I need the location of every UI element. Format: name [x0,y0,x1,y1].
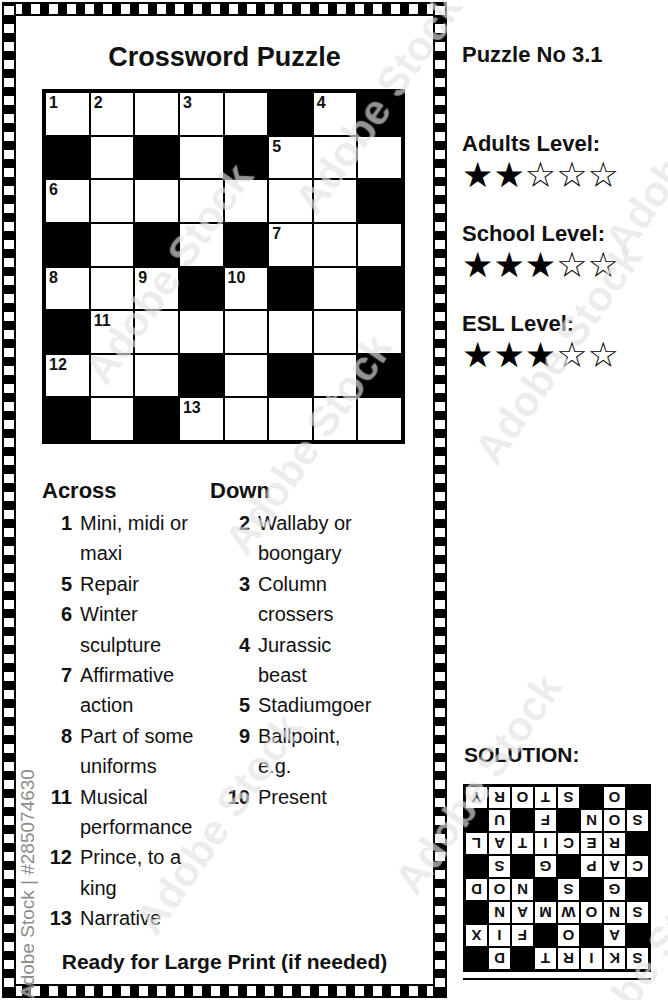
grid-cell[interactable] [224,92,269,136]
solution-letter-cell: D [489,948,510,969]
solution-block-cell [466,810,487,831]
star-rating: ★★★☆☆ [462,246,619,284]
crossword-grid: 12345678910111213 [42,89,405,444]
clue-item-text: Mini, midi or maxi [80,508,188,569]
block-cell [45,136,90,180]
solution-block-cell [581,925,602,946]
clue-item-number: 3 [210,569,258,630]
solution-letter-cell: S [627,902,648,923]
down-header: Down [210,478,390,504]
solution-block-cell [466,902,487,923]
solution-letter-cell: S [558,879,579,900]
grid-cell[interactable] [90,267,135,311]
grid-cell[interactable] [90,397,135,441]
grid-cell[interactable]: 2 [90,92,135,136]
clue-item-text: Stadiumgoer [258,690,371,720]
page-title: Crossword Puzzle [16,42,433,73]
across-header: Across [42,478,222,504]
solution-block-cell [466,856,487,877]
clue-item-number: 2 [210,508,258,569]
crossword-stock-image: { "game": "crossword", "title": "Crosswo… [0,0,668,1000]
solution-letter-cell: M [535,902,556,923]
clue-item: 6Winter sculpture [42,599,222,660]
solution-block-cell [466,948,487,969]
grid-cell[interactable] [90,354,135,398]
clue-item-text: Present [258,782,327,812]
clue-number: 4 [317,93,326,112]
solution-letter-cell: F [512,925,533,946]
grid-cell[interactable] [179,179,224,223]
grid-cell[interactable]: 3 [179,92,224,136]
solution-letter-cell: U [489,810,510,831]
solution-letter-cell: G [535,856,556,877]
clue-item-text: Winter sculpture [80,599,161,660]
clue-item-number: 8 [42,721,80,782]
solution-letter-cell: C [558,833,579,854]
solution-letter-cell: S [489,856,510,877]
clue-item: 9Ballpoint, e.g. [210,721,390,782]
block-cell [45,397,90,441]
grid-cell[interactable] [357,223,402,267]
block-cell [224,136,269,180]
grid-cell[interactable] [90,179,135,223]
solution-block-cell [627,787,648,808]
solution-grid: SKIRTDAOFIXSNOWMANGSNODCAPGSRECITALSONFU… [463,784,651,972]
clue-item: 5Stadiumgoer [210,690,390,720]
clue-item-text: Wallaby or boongary [258,508,352,569]
solution-block-cell [535,879,556,900]
solution-letter-cell: N [489,902,510,923]
clue-item-text: Narrative [80,903,161,933]
solution-block-cell [581,879,602,900]
clue-item-text: Affirmative action [80,660,174,721]
solution-block-cell [581,787,602,808]
grid-cell[interactable] [134,310,179,354]
solution-letter-cell: O [604,810,625,831]
grid-cell[interactable] [313,267,358,311]
clue-item-number: 5 [42,569,80,599]
grid-cell[interactable]: 4 [313,92,358,136]
clue-number: 2 [94,93,103,112]
grid-cell[interactable] [268,179,313,223]
down-list: 2Wallaby or boongary3Column crossers4Jur… [210,508,390,812]
solution-letter-cell: R [489,787,510,808]
solution-block-cell [512,856,533,877]
clue-item-text: Ballpoint, e.g. [258,721,340,782]
solution-letter-cell: F [535,810,556,831]
grid-cell[interactable]: 1 [45,92,90,136]
block-cell [357,92,402,136]
clue-item-number: 11 [42,782,80,843]
clue-item-number: 12 [42,842,80,903]
clue-item: 8Part of some uniforms [42,721,222,782]
clue-item: 4Jurassic beast [210,630,390,691]
grid-cell[interactable] [313,179,358,223]
clue-item-text: Column crossers [258,569,334,630]
block-cell [224,223,269,267]
grid-cell[interactable]: 9 [134,267,179,311]
clue-item-number: 5 [210,690,258,720]
clue-item: 5Repair [42,569,222,599]
clue-item-number: 9 [210,721,258,782]
block-cell [357,179,402,223]
solution-letter-cell: S [627,948,648,969]
clue-item: 13Narrative [42,903,222,933]
frame-checkered-top [2,2,447,16]
grid-cell[interactable] [313,223,358,267]
solution-letter-cell: A [512,902,533,923]
solution-block-cell [627,879,648,900]
clue-item-number: 7 [42,660,80,721]
star-rating: ★★☆☆☆ [462,156,619,194]
solution-block-cell [558,810,579,831]
grid-cell[interactable] [90,136,135,180]
solution-letter-cell: L [466,833,487,854]
solution-letter-cell: T [512,833,533,854]
solution-letter-cell: A [604,925,625,946]
solution-block-cell [512,810,533,831]
solution-letter-cell: P [581,856,602,877]
solution-block-cell [627,833,648,854]
clue-number: 5 [272,137,281,156]
clue-item-text: Prince, to a king [80,842,181,903]
solution-letter-cell: G [604,879,625,900]
frame-checkered-bottom [2,984,447,998]
solution-header: SOLUTION: [464,743,580,767]
clue-number: 10 [228,268,246,287]
clue-number: 3 [183,93,192,112]
solution-block-cell [535,925,556,946]
clue-item-number: 1 [42,508,80,569]
block-cell [45,223,90,267]
grid-cell[interactable] [313,397,358,441]
across-list: 1Mini, midi or maxi5Repair6Winter sculpt… [42,508,222,934]
solution-letter-cell: R [604,833,625,854]
clue-item-number: 4 [210,630,258,691]
grid-cell[interactable] [90,223,135,267]
grid-cell[interactable] [313,136,358,180]
solution-letter-cell: Y [466,787,487,808]
clue-number: 8 [49,268,58,287]
block-cell [268,267,313,311]
clue-item: 12Prince, to a king [42,842,222,903]
clue-item: 1Mini, midi or maxi [42,508,222,569]
clue-number: 11 [94,311,111,330]
grid-cell[interactable] [357,136,402,180]
large-print-note: Ready for Large Print (if needed) [16,950,433,974]
grid-cell[interactable] [313,310,358,354]
star-rating: ★★★☆☆ [462,336,619,374]
block-cell [268,354,313,398]
solution-letter-cell: O [489,879,510,900]
clue-item-number: 13 [42,903,80,933]
grid-cell[interactable]: 6 [45,179,90,223]
block-cell [179,354,224,398]
clue-number: 1 [49,93,58,112]
solution-block-cell [558,856,579,877]
level-label: Adults Level: [462,131,619,156]
stock-id-watermark: Adobe Stock | #285074630 [17,769,39,998]
solution-letter-cell: A [604,856,625,877]
block-cell [45,310,90,354]
frame-checkered-right [433,2,447,998]
solution-letter-cell: S [558,787,579,808]
clue-number: 9 [138,268,147,287]
solution-underline [463,978,651,980]
grid-cell[interactable] [357,397,402,441]
solution-letter-cell: O [581,902,602,923]
clue-item: 2Wallaby or boongary [210,508,390,569]
solution-letter-cell: N [581,810,602,831]
grid-cell[interactable] [179,136,224,180]
grid-cell[interactable] [134,179,179,223]
grid-cell[interactable] [268,397,313,441]
clue-item-text: Part of some uniforms [80,721,193,782]
grid-cell[interactable]: 13 [179,397,224,441]
grid-cell[interactable]: 11 [90,310,135,354]
grid-cell[interactable] [179,223,224,267]
clue-item: 3Column crossers [210,569,390,630]
clue-item: 10Present [210,782,390,812]
clue-item-number: 10 [210,782,258,812]
grid-cell[interactable] [268,310,313,354]
solution-letter-cell: I [535,833,556,854]
clue-item-text: Repair [80,569,139,599]
solution-letter-cell: N [604,902,625,923]
solution-letter-cell: A [489,833,510,854]
block-cell [357,354,402,398]
clue-item: 7Affirmative action [42,660,222,721]
grid-cell[interactable] [357,310,402,354]
clue-number: 6 [49,180,58,199]
solution-letter-cell: W [558,902,579,923]
grid-cell[interactable] [134,92,179,136]
grid-cell[interactable]: 7 [268,223,313,267]
solution-letter-cell: O [512,787,533,808]
solution-letter-cell: T [535,787,556,808]
block-cell [134,136,179,180]
level-block: School Level:★★★☆☆ [462,221,619,284]
grid-cell[interactable] [224,179,269,223]
puzzle-number: Puzzle No 3.1 [462,42,603,68]
solution-block-cell [512,948,533,969]
solution-letter-cell: T [535,948,556,969]
grid-cell[interactable] [224,354,269,398]
grid-cell[interactable] [224,310,269,354]
level-block: ESL Level:★★★☆☆ [462,311,619,374]
grid-cell[interactable]: 10 [224,267,269,311]
block-cell [134,223,179,267]
solution-letter-cell: O [604,787,625,808]
solution-letter-cell: D [466,879,487,900]
clue-number: 12 [49,355,67,374]
clue-item: 11Musical performance [42,782,222,843]
grid-cell[interactable]: 5 [268,136,313,180]
level-block: Adults Level:★★☆☆☆ [462,131,619,194]
solution-letter-cell: C [627,856,648,877]
block-cell [134,397,179,441]
grid-cell[interactable]: 12 [45,354,90,398]
block-cell [268,92,313,136]
solution-letter-cell: S [627,810,648,831]
solution-letter-cell: E [581,833,602,854]
solution-letter-cell: O [558,925,579,946]
clue-item-number: 6 [42,599,80,660]
grid-cell[interactable] [224,397,269,441]
block-cell [179,267,224,311]
clue-item-text: Jurassic beast [258,630,331,691]
grid-cell[interactable] [313,354,358,398]
across-clues: Across 1Mini, midi or maxi5Repair6Winter… [42,478,222,934]
solution-letter-cell: I [581,948,602,969]
solution-letter-cell: N [512,879,533,900]
solution-letter-cell: K [604,948,625,969]
frame-checkered-left [2,2,16,998]
level-label: ESL Level: [462,311,619,336]
level-label: School Level: [462,221,619,246]
solution-letter-cell: X [466,925,487,946]
solution-letter-cell: R [558,948,579,969]
solution-letter-cell: I [489,925,510,946]
clue-number: 7 [272,224,281,243]
grid-cell[interactable]: 8 [45,267,90,311]
grid-cell[interactable] [134,354,179,398]
solution-block-cell [627,925,648,946]
clue-number: 13 [183,398,201,417]
block-cell [357,267,402,311]
clue-item-text: Musical performance [80,782,192,843]
down-clues: Down 2Wallaby or boongary3Column crosser… [210,478,390,812]
grid-cell[interactable] [179,310,224,354]
